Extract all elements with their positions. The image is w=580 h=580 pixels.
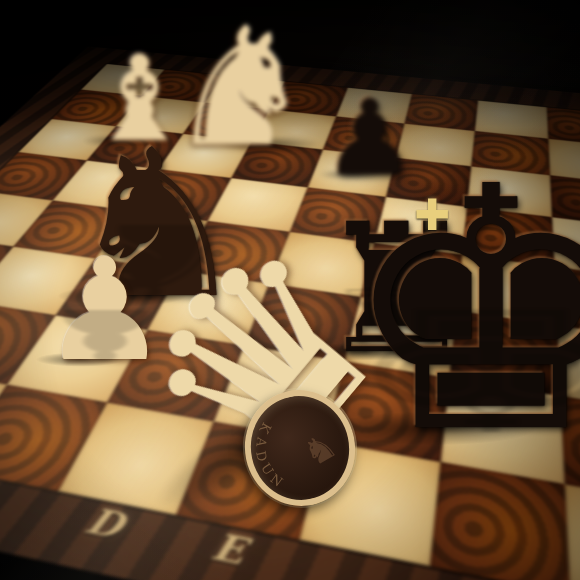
board-squares [0, 64, 580, 580]
square-f1 [299, 441, 441, 566]
chessboard: D E [0, 46, 580, 580]
file-label-d: D [73, 499, 139, 548]
file-label-e: E [198, 524, 262, 576]
chess-photo-scene: D E ♝♞♟♞♞♟♟♜♜♚♚✚♛KADUN♞ [0, 0, 580, 580]
